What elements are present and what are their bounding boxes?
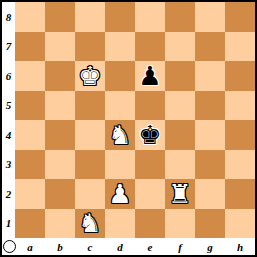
square-d2[interactable]: ♟ (105, 179, 135, 209)
square-h5[interactable] (225, 91, 255, 121)
piece-white-knight: ♞ (108, 122, 131, 148)
square-g7[interactable] (195, 32, 225, 62)
square-b3[interactable] (45, 150, 75, 180)
square-h3[interactable] (225, 150, 255, 180)
rank-label-8: 8 (2, 2, 15, 32)
white-to-move-indicator-circle (3, 240, 16, 253)
square-g8[interactable] (195, 2, 225, 32)
square-d8[interactable] (105, 2, 135, 32)
square-d3[interactable] (105, 150, 135, 180)
square-f4[interactable] (165, 120, 195, 150)
square-d5[interactable] (105, 91, 135, 121)
square-h2[interactable] (225, 179, 255, 209)
rank-label-5: 5 (2, 91, 15, 121)
square-h7[interactable] (225, 32, 255, 62)
square-a3[interactable] (15, 150, 45, 180)
file-label-b: b (45, 238, 75, 255)
square-g5[interactable] (195, 91, 225, 121)
square-f5[interactable] (165, 91, 195, 121)
file-label-e: e (135, 238, 165, 255)
square-c1[interactable]: ♞ (75, 209, 105, 239)
square-a2[interactable] (15, 179, 45, 209)
square-b4[interactable] (45, 120, 75, 150)
square-c5[interactable] (75, 91, 105, 121)
file-label-g: g (195, 238, 225, 255)
file-label-d: d (105, 238, 135, 255)
square-h4[interactable] (225, 120, 255, 150)
square-e5[interactable] (135, 91, 165, 121)
rank-labels: 87654321 (2, 2, 15, 238)
square-c7[interactable] (75, 32, 105, 62)
square-b6[interactable] (45, 61, 75, 91)
square-b2[interactable] (45, 179, 75, 209)
rank-label-4: 4 (2, 120, 15, 150)
square-a1[interactable] (15, 209, 45, 239)
square-b8[interactable] (45, 2, 75, 32)
square-f2[interactable]: ♜ (165, 179, 195, 209)
rank-label-7: 7 (2, 32, 15, 62)
square-a8[interactable] (15, 2, 45, 32)
rank-label-3: 3 (2, 150, 15, 180)
square-g1[interactable] (195, 209, 225, 239)
square-a5[interactable] (15, 91, 45, 121)
square-f3[interactable] (165, 150, 195, 180)
square-d4[interactable]: ♞ (105, 120, 135, 150)
square-e6[interactable]: ♟ (135, 61, 165, 91)
file-label-c: c (75, 238, 105, 255)
square-f8[interactable] (165, 2, 195, 32)
square-g2[interactable] (195, 179, 225, 209)
square-e4[interactable]: ♚ (135, 120, 165, 150)
square-b7[interactable] (45, 32, 75, 62)
square-a7[interactable] (15, 32, 45, 62)
square-h8[interactable] (225, 2, 255, 32)
square-d7[interactable] (105, 32, 135, 62)
file-labels: abcdefgh (15, 238, 255, 255)
piece-black-king: ♚ (138, 122, 161, 148)
square-e8[interactable] (135, 2, 165, 32)
square-c2[interactable] (75, 179, 105, 209)
square-b5[interactable] (45, 91, 75, 121)
square-c3[interactable] (75, 150, 105, 180)
piece-black-pawn: ♟ (138, 63, 161, 89)
file-label-f: f (165, 238, 195, 255)
square-f6[interactable] (165, 61, 195, 91)
chess-diagram: 87654321 ♚♟♞♚♟♜♞ abcdefgh (0, 0, 257, 257)
square-b1[interactable] (45, 209, 75, 239)
square-g6[interactable] (195, 61, 225, 91)
square-h6[interactable] (225, 61, 255, 91)
square-e1[interactable] (135, 209, 165, 239)
file-label-h: h (225, 238, 255, 255)
square-e2[interactable] (135, 179, 165, 209)
square-f7[interactable] (165, 32, 195, 62)
chess-board: ♚♟♞♚♟♜♞ (15, 2, 255, 238)
piece-white-king: ♚ (78, 63, 101, 89)
rank-label-2: 2 (2, 179, 15, 209)
square-g3[interactable] (195, 150, 225, 180)
piece-white-pawn: ♟ (108, 181, 131, 207)
file-label-a: a (15, 238, 45, 255)
square-d1[interactable] (105, 209, 135, 239)
square-c8[interactable] (75, 2, 105, 32)
square-a6[interactable] (15, 61, 45, 91)
square-e7[interactable] (135, 32, 165, 62)
square-d6[interactable] (105, 61, 135, 91)
square-g4[interactable] (195, 120, 225, 150)
rank-label-6: 6 (2, 61, 15, 91)
square-a4[interactable] (15, 120, 45, 150)
piece-white-rook: ♜ (168, 181, 191, 207)
piece-white-knight: ♞ (78, 210, 101, 236)
square-c4[interactable] (75, 120, 105, 150)
square-e3[interactable] (135, 150, 165, 180)
square-c6[interactable]: ♚ (75, 61, 105, 91)
square-h1[interactable] (225, 209, 255, 239)
square-f1[interactable] (165, 209, 195, 239)
rank-label-1: 1 (2, 209, 15, 239)
